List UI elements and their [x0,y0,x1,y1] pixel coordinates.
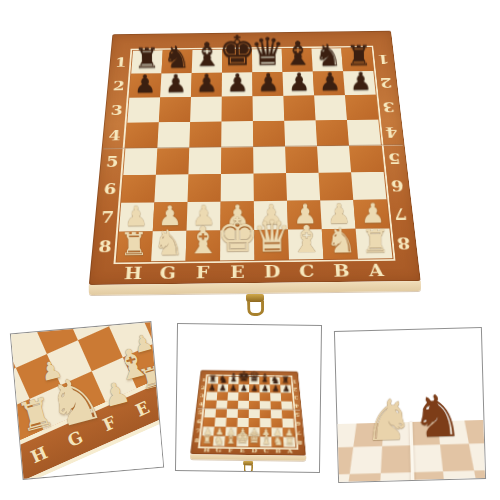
board-square-e5 [221,147,254,174]
chess-piece-dark-pawn: ♟ [318,69,340,94]
board-square-b2: ♟ [269,385,280,393]
file-label: C [260,447,272,456]
chess-piece-dark-pawn: ♟ [261,384,269,393]
rank-label: 7 [386,199,414,228]
rank-label: 1 [199,376,208,384]
chess-piece-dark-pawn: ♟ [282,384,290,393]
board-square-c2: ♟ [283,72,315,96]
board-square-h8: ♜ [201,436,214,446]
board-square-d6 [253,173,286,201]
rank-label: 8 [294,437,305,447]
board-square-e3 [221,96,252,121]
board-square-b6 [319,172,354,200]
thumbnail-corner-closeup: HGFE ♜♟♞♟♝♟♜ [10,321,164,480]
rank-label: 3 [291,393,301,401]
rank-label: 8 [191,436,202,446]
chess-piece-light-bishop: ♝ [289,221,323,259]
rank-label: 4 [378,119,404,145]
rank-label: 3 [104,98,129,123]
board-square-a8: ♜ [356,228,393,258]
rank-label: 1 [109,51,133,74]
chess-piece-light-knight: ♞ [325,223,356,258]
board-square-h5 [123,148,157,175]
brass-clasp-icon [244,294,266,316]
duel-piece-dark-knight: ♞ [411,387,465,446]
rank-label: 1 [290,378,299,386]
board-square-e4 [221,121,253,147]
board-square-e8: ♚ [220,230,254,260]
board-square-e3 [238,392,249,400]
board-square-b8: ♞ [271,437,283,447]
board-square-h3 [127,97,160,122]
board-square-c8: ♝ [288,229,324,259]
board-grid: ♜♞♝♚♛♝♞♜♟♟♟♟♟♟♟♟♟♟♟♟♟♟♟♟♜♞♝♚♛♝♞♜ [117,48,393,262]
board-square-a3 [280,393,291,401]
chess-piece-dark-pawn: ♟ [226,71,248,96]
board-square-a8: ♜ [283,437,295,447]
chess-piece-dark-bishop: ♝ [283,38,313,71]
board-square-g2: ♟ [160,73,192,97]
chess-board: ♜♞♝♚♛♝♞♜♟♟♟♟♟♟♟♟♟♟♟♟♟♟♟♟♜♞♝♚♛♝♞♜ 1234567… [89,31,421,285]
mini-chess-board: ♜♞♝♚♛♝♞♜♟♟♟♟♟♟♟♟♟♟♟♟♟♟♟♟♜♞♝♚♛♝♞♜ 1234567… [190,370,306,456]
board-square-f3 [190,97,222,122]
chess-piece-dark-pawn: ♟ [271,384,279,393]
board-square-h6 [121,175,156,203]
board-square-a2: ♟ [280,385,291,393]
chess-piece-light-king: ♚ [235,430,250,446]
closeup-piece-light-pawn: ♟ [131,331,156,357]
chess-piece-dark-pawn: ♟ [287,70,309,95]
rank-label: 7 [192,426,203,436]
board-square-e2: ♟ [222,72,253,96]
board-square-g8: ♞ [151,231,186,261]
rank-label: 4 [291,401,301,410]
board-square-e6 [221,174,254,202]
board-square-c6 [286,173,320,201]
clasp-loop [243,465,252,473]
rank-label: 6 [293,419,303,428]
chess-piece-dark-pawn: ♟ [218,383,226,392]
board-square-f2: ♟ [227,384,238,392]
board-square-g5 [156,148,189,175]
knight-duel-pieces: ♞♞ [335,328,481,332]
rank-label: 2 [106,74,131,98]
board-square-c2: ♟ [259,385,270,393]
rank-label: 5 [99,148,125,175]
board-square-g4 [157,122,190,148]
chess-piece-dark-pawn: ♟ [229,383,237,392]
board-square-g6 [154,174,188,202]
board-square-g8: ♞ [212,436,224,446]
board-square-c8: ♝ [260,437,272,447]
chess-piece-light-rook: ♜ [284,436,294,447]
board-square-b5 [317,146,351,173]
board-square-g3 [216,392,227,400]
board-square-b3 [270,393,281,401]
rank-label: 2 [373,71,398,95]
board-square-b4 [316,120,349,146]
chess-piece-dark-knight: ♞ [314,40,342,71]
rank-label: 6 [384,172,411,200]
brass-clasp-icon [241,461,253,473]
board-square-h2: ♟ [206,384,217,392]
chess-piece-dark-pawn: ♟ [164,71,186,96]
board-square-b2: ♟ [313,71,345,95]
board-square-d3 [248,393,259,401]
chess-piece-light-knight: ♞ [213,434,224,446]
mini-set-photo: ♜♞♝♚♛♝♞♜♟♟♟♟♟♟♟♟♟♟♟♟♟♟♟♟♜♞♝♚♛♝♞♜ 1234567… [189,338,307,473]
board-square-d5 [253,146,286,173]
board-square-c3 [283,96,315,121]
board-square-h8: ♜ [117,231,153,261]
board-square-h4 [125,122,158,148]
product-photo-stage: ♜♞♝♚♛♝♞♜♟♟♟♟♟♟♟♟♟♟♟♟♟♟♟♟♜♞♝♚♛♝♞♜ 1234567… [0,0,500,500]
board-square-h3 [205,392,216,400]
chess-piece-dark-pawn: ♟ [250,384,258,393]
board-grid: ♜♞♝♚♛♝♞♜♟♟♟♟♟♟♟♟♟♟♟♟♟♟♟♟♜♞♝♚♛♝♞♜ [201,376,295,447]
chess-piece-light-knight: ♞ [272,435,283,447]
board-square-a3 [345,95,378,120]
board-square-f4 [189,121,221,147]
board-square-c4 [284,120,317,146]
board-square-d8: ♛ [254,230,289,260]
chess-piece-dark-pawn: ♟ [195,71,217,96]
main-product-photo: ♜♞♝♚♛♝♞♜♟♟♟♟♟♟♟♟♟♟♟♟♟♟♟♟♜♞♝♚♛♝♞♜ 1234567… [85,0,421,318]
rank-label: 8 [91,232,119,262]
chess-piece-dark-pawn: ♟ [133,72,155,97]
file-label: E [133,397,153,421]
board-square-c5 [285,146,318,173]
rank-label: 7 [294,428,304,438]
rank-label: 6 [193,417,203,426]
board-square-f8: ♝ [186,230,221,260]
rank-label: 2 [290,385,299,393]
rank-label: 8 [389,228,418,258]
chess-piece-light-knight: ♞ [152,225,183,260]
chess-piece-light-bishop: ♝ [224,433,236,446]
chess-piece-light-bishop: ♝ [186,222,220,260]
board-square-f5 [188,147,221,174]
board-square-f3 [227,392,238,400]
board-square-e2: ♟ [238,384,249,392]
board-square-d2: ♟ [249,385,260,393]
file-label: H [28,442,51,467]
rank-label: 5 [381,145,408,172]
chess-piece-light-rook: ♜ [119,228,148,260]
board-square-d4 [253,121,285,147]
chess-piece-dark-queen: ♛ [250,33,285,72]
board-square-h2: ♟ [129,73,161,97]
board-square-f8: ♝ [224,436,236,446]
board-square-g3 [159,97,191,122]
board-square-f6 [188,174,221,202]
board-square-d2: ♟ [252,72,283,96]
rank-label: 3 [197,392,207,400]
rank-label: 4 [102,123,128,149]
chess-piece-dark-pawn: ♟ [239,383,247,392]
board-square-b8: ♞ [322,229,358,259]
rank-label: 3 [376,95,402,120]
board-square-e8: ♚ [236,436,248,446]
chess-piece-light-rook: ♜ [202,435,212,446]
chess-piece-dark-pawn: ♟ [349,69,371,94]
chess-piece-dark-knight: ♞ [163,42,191,73]
rank-label: 5 [292,410,302,419]
chess-piece-dark-bishop: ♝ [192,39,222,72]
clasp-loop [247,301,264,316]
board-square-f2: ♟ [191,73,222,97]
rank-label: 6 [97,175,124,203]
chess-piece-light-queen: ♛ [252,215,291,259]
rank-label: 1 [371,48,396,71]
board-square-a6 [351,172,386,200]
board-square-g2: ♟ [217,384,228,392]
board-square-b3 [314,95,347,120]
board-square-d3 [253,96,285,121]
chess-piece-light-bishop: ♝ [260,433,272,446]
board-square-a5 [349,145,384,172]
chess-piece-dark-pawn: ♟ [208,383,216,392]
chess-piece-dark-pawn: ♟ [257,70,279,95]
chess-piece-light-rook: ♜ [361,225,390,257]
duel-piece-light-knight: ♞ [363,392,415,449]
thumbnail-two-knights: ♞♞ [334,327,486,483]
thumbnail-full-set: ♜♞♝♚♛♝♞♜♟♟♟♟♟♟♟♟♟♟♟♟♟♟♟♟♜♞♝♚♛♝♞♜ 1234567… [175,323,322,473]
